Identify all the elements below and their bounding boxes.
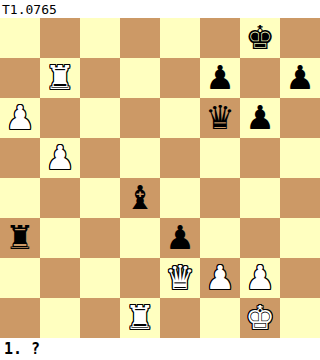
square-d3[interactable] bbox=[120, 218, 160, 258]
square-f4[interactable] bbox=[200, 178, 240, 218]
square-b1[interactable] bbox=[40, 298, 80, 338]
white-queen: ♛ bbox=[165, 258, 195, 298]
square-g3[interactable] bbox=[240, 218, 280, 258]
square-d1[interactable]: ♜ bbox=[120, 298, 160, 338]
caption-bar: 1. ? bbox=[0, 338, 320, 360]
square-e3[interactable]: ♟ bbox=[160, 218, 200, 258]
square-b5[interactable]: ♟ bbox=[40, 138, 80, 178]
square-e6[interactable] bbox=[160, 98, 200, 138]
square-e2[interactable]: ♛ bbox=[160, 258, 200, 298]
square-b3[interactable] bbox=[40, 218, 80, 258]
white-pawn: ♟ bbox=[5, 98, 35, 138]
square-e7[interactable] bbox=[160, 58, 200, 98]
square-b2[interactable] bbox=[40, 258, 80, 298]
black-pawn: ♟ bbox=[205, 58, 235, 98]
black-rook: ♜ bbox=[5, 218, 35, 258]
square-f7[interactable]: ♟ bbox=[200, 58, 240, 98]
square-g4[interactable] bbox=[240, 178, 280, 218]
square-c5[interactable] bbox=[80, 138, 120, 178]
black-pawn: ♟ bbox=[245, 98, 275, 138]
square-b6[interactable] bbox=[40, 98, 80, 138]
white-pawn: ♟ bbox=[205, 258, 235, 298]
square-h6[interactable] bbox=[280, 98, 320, 138]
white-pawn: ♟ bbox=[245, 258, 275, 298]
black-queen: ♛ bbox=[205, 98, 235, 138]
square-g1[interactable]: ♚ bbox=[240, 298, 280, 338]
black-pawn: ♟ bbox=[285, 58, 315, 98]
square-a6[interactable]: ♟ bbox=[0, 98, 40, 138]
square-d2[interactable] bbox=[120, 258, 160, 298]
square-e1[interactable] bbox=[160, 298, 200, 338]
chess-board: ♚♜♟♟♟♛♟♟♝♜♟♛♟♟♜♚ bbox=[0, 18, 320, 338]
black-bishop: ♝ bbox=[125, 178, 155, 218]
square-a8[interactable] bbox=[0, 18, 40, 58]
square-d4[interactable]: ♝ bbox=[120, 178, 160, 218]
square-f6[interactable]: ♛ bbox=[200, 98, 240, 138]
square-e4[interactable] bbox=[160, 178, 200, 218]
square-h1[interactable] bbox=[280, 298, 320, 338]
square-e8[interactable] bbox=[160, 18, 200, 58]
square-d7[interactable] bbox=[120, 58, 160, 98]
title-bar: T1.0765 bbox=[0, 0, 320, 18]
black-king: ♚ bbox=[245, 18, 275, 58]
square-b4[interactable] bbox=[40, 178, 80, 218]
black-pawn: ♟ bbox=[165, 218, 195, 258]
square-c7[interactable] bbox=[80, 58, 120, 98]
white-rook: ♜ bbox=[125, 298, 155, 338]
square-f2[interactable]: ♟ bbox=[200, 258, 240, 298]
square-h3[interactable] bbox=[280, 218, 320, 258]
square-d8[interactable] bbox=[120, 18, 160, 58]
square-h5[interactable] bbox=[280, 138, 320, 178]
square-h7[interactable]: ♟ bbox=[280, 58, 320, 98]
square-c6[interactable] bbox=[80, 98, 120, 138]
square-a1[interactable] bbox=[0, 298, 40, 338]
square-f8[interactable] bbox=[200, 18, 240, 58]
white-king: ♚ bbox=[245, 298, 275, 338]
square-c8[interactable] bbox=[80, 18, 120, 58]
square-c4[interactable] bbox=[80, 178, 120, 218]
square-c1[interactable] bbox=[80, 298, 120, 338]
white-rook: ♜ bbox=[45, 58, 75, 98]
square-g7[interactable] bbox=[240, 58, 280, 98]
square-d5[interactable] bbox=[120, 138, 160, 178]
square-e5[interactable] bbox=[160, 138, 200, 178]
square-g6[interactable]: ♟ bbox=[240, 98, 280, 138]
square-f5[interactable] bbox=[200, 138, 240, 178]
square-d6[interactable] bbox=[120, 98, 160, 138]
square-h2[interactable] bbox=[280, 258, 320, 298]
square-g5[interactable] bbox=[240, 138, 280, 178]
square-h8[interactable] bbox=[280, 18, 320, 58]
square-f3[interactable] bbox=[200, 218, 240, 258]
square-a2[interactable] bbox=[0, 258, 40, 298]
square-a3[interactable]: ♜ bbox=[0, 218, 40, 258]
square-c3[interactable] bbox=[80, 218, 120, 258]
square-g2[interactable]: ♟ bbox=[240, 258, 280, 298]
square-a7[interactable] bbox=[0, 58, 40, 98]
square-b8[interactable] bbox=[40, 18, 80, 58]
square-a5[interactable] bbox=[0, 138, 40, 178]
square-h4[interactable] bbox=[280, 178, 320, 218]
square-f1[interactable] bbox=[200, 298, 240, 338]
square-g8[interactable]: ♚ bbox=[240, 18, 280, 58]
square-b7[interactable]: ♜ bbox=[40, 58, 80, 98]
puzzle-id: T1.0765 bbox=[2, 2, 57, 17]
square-c2[interactable] bbox=[80, 258, 120, 298]
white-pawn: ♟ bbox=[45, 138, 75, 178]
move-prompt: 1. ? bbox=[4, 340, 40, 358]
square-a4[interactable] bbox=[0, 178, 40, 218]
